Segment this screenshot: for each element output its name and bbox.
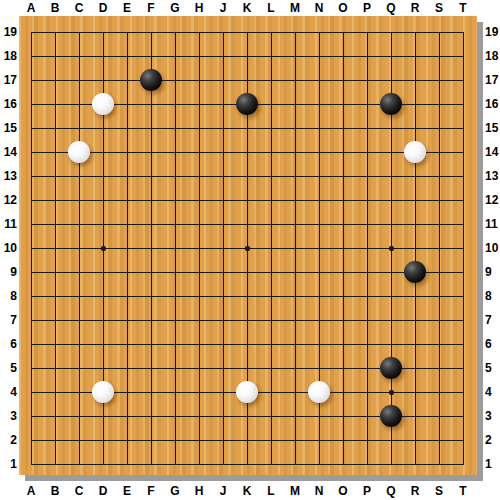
coord-label-top-O: O (331, 0, 355, 16)
white-stone-K4 (236, 381, 258, 403)
black-stone-F17 (140, 69, 162, 91)
coord-label-right-1: 1 (485, 456, 500, 472)
coord-label-bottom-A: A (19, 483, 43, 499)
black-stone-Q3 (380, 405, 402, 427)
coord-label-top-G: G (163, 0, 187, 16)
coord-label-left-16: 16 (0, 96, 17, 112)
coord-label-bottom-J: J (211, 483, 235, 499)
coord-label-right-11: 11 (485, 216, 500, 232)
coord-label-left-18: 18 (0, 48, 17, 64)
board-grid[interactable] (19, 20, 475, 476)
coord-label-bottom-G: G (163, 483, 187, 499)
coord-label-right-10: 10 (485, 240, 500, 256)
coord-label-right-14: 14 (485, 144, 500, 160)
coord-label-right-15: 15 (485, 120, 500, 136)
black-stone-R9 (404, 261, 426, 283)
coord-label-left-14: 14 (0, 144, 17, 160)
coord-label-bottom-M: M (283, 483, 307, 499)
coord-label-top-E: E (115, 0, 139, 16)
coord-label-left-4: 4 (0, 384, 17, 400)
coord-label-right-2: 2 (485, 432, 500, 448)
coord-label-left-9: 9 (0, 264, 17, 280)
coord-label-left-17: 17 (0, 72, 17, 88)
black-stone-Q5 (380, 357, 402, 379)
coord-label-bottom-R: R (403, 483, 427, 499)
coord-label-bottom-H: H (187, 483, 211, 499)
coord-label-bottom-B: B (43, 483, 67, 499)
coord-label-left-2: 2 (0, 432, 17, 448)
coord-label-left-5: 5 (0, 360, 17, 376)
coord-label-bottom-O: O (331, 483, 355, 499)
star-point-K10 (245, 246, 250, 251)
coord-label-right-3: 3 (485, 408, 500, 424)
coord-label-bottom-S: S (427, 483, 451, 499)
star-point-Q10 (389, 246, 394, 251)
coord-label-right-7: 7 (485, 312, 500, 328)
coord-label-bottom-Q: Q (379, 483, 403, 499)
coord-label-right-8: 8 (485, 288, 500, 304)
coord-label-right-13: 13 (485, 168, 500, 184)
coord-label-left-15: 15 (0, 120, 17, 136)
coord-label-bottom-P: P (355, 483, 379, 499)
coord-label-right-9: 9 (485, 264, 500, 280)
coord-label-top-T: T (451, 0, 475, 16)
coord-label-bottom-N: N (307, 483, 331, 499)
coord-label-bottom-E: E (115, 483, 139, 499)
coord-label-top-D: D (91, 0, 115, 16)
black-stone-Q16 (380, 93, 402, 115)
coord-label-bottom-L: L (259, 483, 283, 499)
coord-label-right-16: 16 (485, 96, 500, 112)
go-board-screen: AABBCCDDEEFFGGHHJJKKLLMMNNOOPPQQRRSSTT19… (0, 0, 500, 500)
coord-label-right-6: 6 (485, 336, 500, 352)
coord-label-right-18: 18 (485, 48, 500, 64)
coord-label-left-10: 10 (0, 240, 17, 256)
coord-label-right-17: 17 (485, 72, 500, 88)
white-stone-R14 (404, 141, 426, 163)
white-stone-D16 (92, 93, 114, 115)
coord-label-bottom-T: T (451, 483, 475, 499)
coord-label-right-19: 19 (485, 24, 500, 40)
coord-label-top-Q: Q (379, 0, 403, 16)
star-point-D10 (101, 246, 106, 251)
coord-label-right-12: 12 (485, 192, 500, 208)
coord-label-bottom-C: C (67, 483, 91, 499)
coord-label-bottom-K: K (235, 483, 259, 499)
coord-label-bottom-D: D (91, 483, 115, 499)
coord-label-top-S: S (427, 0, 451, 16)
coord-label-left-3: 3 (0, 408, 17, 424)
coord-label-top-B: B (43, 0, 67, 16)
coord-label-top-M: M (283, 0, 307, 16)
coord-label-left-11: 11 (0, 216, 17, 232)
coord-label-left-7: 7 (0, 312, 17, 328)
black-stone-K16 (236, 93, 258, 115)
coord-label-bottom-F: F (139, 483, 163, 499)
coord-label-top-R: R (403, 0, 427, 16)
coord-label-left-13: 13 (0, 168, 17, 184)
coord-label-left-6: 6 (0, 336, 17, 352)
coord-label-top-L: L (259, 0, 283, 16)
star-point-Q4 (389, 390, 394, 395)
coord-label-top-F: F (139, 0, 163, 16)
white-stone-C14 (68, 141, 90, 163)
coord-label-left-1: 1 (0, 456, 17, 472)
coord-label-left-8: 8 (0, 288, 17, 304)
coord-label-top-J: J (211, 0, 235, 16)
coord-label-left-12: 12 (0, 192, 17, 208)
coord-label-top-K: K (235, 0, 259, 16)
coord-label-top-N: N (307, 0, 331, 16)
coord-label-left-19: 19 (0, 24, 17, 40)
coord-label-right-4: 4 (485, 384, 500, 400)
coord-label-top-H: H (187, 0, 211, 16)
white-stone-N4 (308, 381, 330, 403)
coord-label-top-A: A (19, 0, 43, 16)
coord-label-top-C: C (67, 0, 91, 16)
coord-label-right-5: 5 (485, 360, 500, 376)
coord-label-top-P: P (355, 0, 379, 16)
white-stone-D4 (92, 381, 114, 403)
